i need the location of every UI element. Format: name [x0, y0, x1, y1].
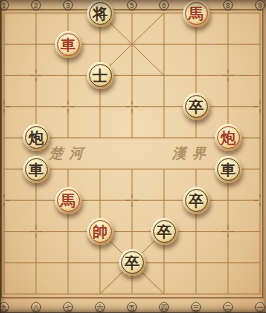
piece-character: 車: [61, 37, 76, 52]
top-label-2: 2: [31, 0, 41, 10]
piece-black-soldier[interactable]: 卒: [183, 187, 210, 214]
piece-character: 卒: [189, 100, 204, 115]
top-label-3: 3: [63, 0, 73, 10]
top-label-9: 9: [255, 0, 265, 10]
piece-character: 馬: [189, 6, 204, 21]
piece-character: 帥: [93, 225, 108, 240]
bottom-label-5: 五: [127, 302, 137, 312]
piece-red-general[interactable]: 帥: [87, 218, 114, 245]
top-label-5: 5: [127, 0, 137, 10]
bottom-label-2: 八: [31, 302, 41, 312]
xiangqi-board[interactable]: 楚河 漢界 123456789 九八七六五四三二一 将馬車士卒炮炮車車馬卒帥卒卒: [0, 0, 266, 313]
piece-red-cannon[interactable]: 炮: [215, 124, 242, 151]
piece-character: 炮: [221, 131, 236, 146]
top-label-6: 6: [159, 0, 169, 10]
piece-character: 馬: [61, 193, 76, 208]
piece-black-chariot[interactable]: 車: [215, 156, 242, 183]
piece-black-soldier[interactable]: 卒: [183, 93, 210, 120]
piece-character: 炮: [29, 131, 44, 146]
piece-character: 卒: [157, 225, 172, 240]
piece-black-chariot[interactable]: 車: [23, 156, 50, 183]
piece-red-chariot[interactable]: 車: [55, 31, 82, 58]
piece-black-advisor[interactable]: 士: [87, 62, 114, 89]
bottom-label-3: 七: [63, 302, 73, 312]
piece-red-horse[interactable]: 馬: [183, 0, 210, 27]
bottom-label-9: 一: [255, 302, 265, 312]
piece-black-cannon[interactable]: 炮: [23, 124, 50, 151]
bottom-label-4: 六: [95, 302, 105, 312]
top-label-8: 8: [223, 0, 233, 10]
piece-character: 将: [93, 6, 108, 21]
bottom-label-8: 二: [223, 302, 233, 312]
piece-character: 車: [221, 162, 236, 177]
piece-character: 士: [93, 68, 108, 83]
piece-character: 車: [29, 162, 44, 177]
bottom-label-6: 四: [159, 302, 169, 312]
piece-character: 卒: [125, 256, 140, 271]
piece-red-horse[interactable]: 馬: [55, 187, 82, 214]
piece-character: 卒: [189, 193, 204, 208]
piece-black-general[interactable]: 将: [87, 0, 114, 27]
piece-black-soldier[interactable]: 卒: [151, 218, 178, 245]
bottom-label-7: 三: [191, 302, 201, 312]
piece-black-soldier[interactable]: 卒: [119, 249, 146, 276]
